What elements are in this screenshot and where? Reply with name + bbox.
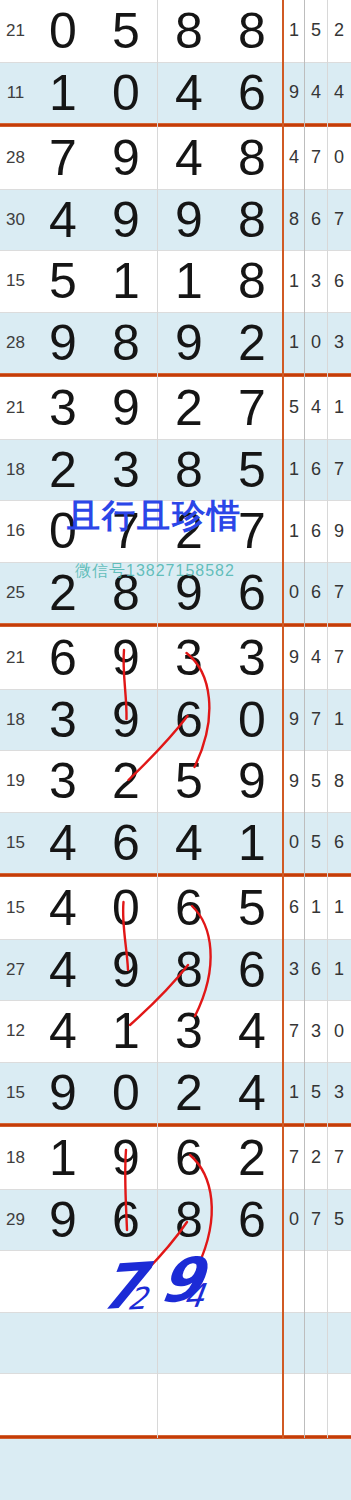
- tail-digit: 6: [305, 959, 327, 980]
- draw-digit: 6: [220, 1191, 283, 1249]
- draw-row: 274986361: [0, 939, 351, 1001]
- tail-digit: 7: [283, 1021, 305, 1042]
- draw-row: 124134730: [0, 1000, 351, 1062]
- tail-digit: 7: [327, 459, 351, 480]
- tail-digit: 1: [283, 1082, 305, 1103]
- row-sum-label: 15: [0, 833, 31, 853]
- draw-digit: 4: [31, 814, 94, 872]
- draw-digit: 4: [157, 64, 220, 122]
- draw-digit: 0: [94, 64, 157, 122]
- footer-band: [0, 1439, 351, 1500]
- draw-row: 287948470: [0, 127, 351, 189]
- row-sum-label: 15: [0, 271, 31, 291]
- draw-digit: 4: [220, 1002, 283, 1060]
- tail-digit: 5: [305, 832, 327, 853]
- draw-digit: 6: [157, 691, 220, 749]
- draw-digit: 4: [31, 879, 94, 937]
- draw-digit: 1: [220, 814, 283, 872]
- draw-row: 213927541: [0, 377, 351, 439]
- draw-digit: 0: [94, 879, 157, 937]
- tail-digit: 7: [283, 1147, 305, 1168]
- draw-digit: 6: [220, 64, 283, 122]
- tail-digit: 2: [327, 20, 351, 41]
- tail-digit: 1: [283, 521, 305, 542]
- draw-digit: 4: [220, 1064, 283, 1122]
- tail-digit: 1: [283, 271, 305, 292]
- draw-digit: 1: [94, 1002, 157, 1060]
- draw-digit: 4: [31, 941, 94, 999]
- row-sum-label: 25: [0, 583, 31, 603]
- tail-digit: 8: [283, 209, 305, 230]
- tail-digit: 7: [305, 147, 327, 168]
- draw-digit: 0: [94, 1064, 157, 1122]
- draw-digit: 3: [157, 1002, 220, 1060]
- draw-row: 289892103: [0, 312, 351, 374]
- row-sum-label: 15: [0, 1083, 31, 1103]
- tail-digit: 0: [305, 332, 327, 353]
- tail-digit: 3: [327, 1082, 351, 1103]
- draw-digit: 9: [94, 1129, 157, 1187]
- row-sum-label: 28: [0, 333, 31, 353]
- tail-digit: 0: [327, 147, 351, 168]
- draw-digit: 0: [220, 691, 283, 749]
- draw-digit: 9: [94, 629, 157, 687]
- number-grid: 2105881521110469442879484703049988671551…: [0, 0, 351, 1439]
- draw-row: 216933947: [0, 627, 351, 689]
- tail-digit: 3: [305, 1021, 327, 1042]
- row-sum-label: 18: [0, 710, 31, 730]
- column-divider-tail-2: [327, 0, 328, 1438]
- draw-digit: 9: [94, 191, 157, 249]
- tail-digit: 9: [283, 771, 305, 792]
- draw-digit: 6: [94, 1191, 157, 1249]
- empty-row: [0, 1373, 351, 1435]
- draw-digit: 5: [157, 752, 220, 810]
- draw-digit: 8: [220, 252, 283, 310]
- row-sum-label: 28: [0, 148, 31, 168]
- tail-digit: 0: [283, 1209, 305, 1230]
- draw-row: 183960971: [0, 689, 351, 751]
- draw-digit: 2: [220, 1129, 283, 1187]
- draw-digit: 3: [31, 379, 94, 437]
- tail-digit: 0: [327, 1021, 351, 1042]
- tail-digit: 7: [327, 209, 351, 230]
- tail-digit: 5: [305, 771, 327, 792]
- draw-digit: 9: [31, 1191, 94, 1249]
- draw-digit: 9: [94, 129, 157, 187]
- tail-digit: 1: [327, 959, 351, 980]
- tail-digit: 5: [283, 397, 305, 418]
- row-sum-label: 21: [0, 21, 31, 41]
- draw-digit: 2: [157, 1064, 220, 1122]
- tail-digit: 0: [283, 582, 305, 603]
- row-sum-label: 16: [0, 521, 31, 541]
- draw-row: 159024153: [0, 1062, 351, 1124]
- draw-digit: 9: [31, 1064, 94, 1122]
- draw-digit: 5: [31, 252, 94, 310]
- draw-digit: 6: [94, 814, 157, 872]
- draw-digit: 4: [31, 191, 94, 249]
- draw-digit: 7: [31, 129, 94, 187]
- tail-digit: 7: [327, 647, 351, 668]
- draw-digit: 3: [31, 752, 94, 810]
- draw-row: 210588152: [0, 0, 351, 62]
- draw-digit: 2: [31, 441, 94, 499]
- draw-digit: 6: [31, 629, 94, 687]
- tail-digit: 4: [305, 397, 327, 418]
- tail-digit: 4: [283, 147, 305, 168]
- row-sum-label: 27: [0, 960, 31, 980]
- row-sum-label: 12: [0, 1021, 31, 1041]
- draw-digit: 4: [31, 1002, 94, 1060]
- row-sum-label: 18: [0, 460, 31, 480]
- row-sum-label: 18: [0, 1148, 31, 1168]
- draw-digit: 6: [157, 879, 220, 937]
- tail-digit: 6: [327, 271, 351, 292]
- tail-digit: 2: [305, 1147, 327, 1168]
- tail-digit: 4: [327, 82, 351, 103]
- row-sum-label: 19: [0, 771, 31, 791]
- tail-digit: 5: [305, 1082, 327, 1103]
- draw-digit: 4: [157, 129, 220, 187]
- tail-digit: 1: [283, 20, 305, 41]
- tail-digit: 5: [305, 20, 327, 41]
- row-sum-label: 29: [0, 1210, 31, 1230]
- draw-digit: 5: [94, 2, 157, 60]
- tail-digit: 1: [305, 897, 327, 918]
- draw-row: 299686075: [0, 1189, 351, 1251]
- draw-row: 182385167: [0, 439, 351, 501]
- draw-digit: 2: [94, 752, 157, 810]
- tail-digit: 7: [327, 1147, 351, 1168]
- tail-digit: 6: [283, 897, 305, 918]
- tail-digit: 1: [327, 397, 351, 418]
- draw-digit: 9: [157, 191, 220, 249]
- draw-digit: 5: [220, 879, 283, 937]
- draw-row: 154065611: [0, 877, 351, 939]
- tail-digit: 6: [305, 582, 327, 603]
- tail-digit: 7: [305, 1209, 327, 1230]
- draw-digit: 9: [94, 379, 157, 437]
- tail-digit: 3: [305, 271, 327, 292]
- draw-digit: 7: [220, 379, 283, 437]
- draw-digit: 8: [157, 1191, 220, 1249]
- tail-digit: 6: [305, 521, 327, 542]
- tail-digit: 5: [327, 1209, 351, 1230]
- draw-digit: 6: [157, 1129, 220, 1187]
- draw-digit: 0: [31, 2, 94, 60]
- lottery-trend-chart: 2105881521110469442879484703049988671551…: [0, 0, 351, 1500]
- empty-row: [0, 1312, 351, 1374]
- draw-digit: 9: [157, 314, 220, 372]
- draw-digit: 9: [94, 691, 157, 749]
- draw-digit: 9: [94, 941, 157, 999]
- tail-digit: 6: [305, 459, 327, 480]
- draw-digit: 2: [220, 314, 283, 372]
- draw-digit: 8: [157, 941, 220, 999]
- draw-digit: 4: [157, 814, 220, 872]
- tail-digit: 4: [305, 82, 327, 103]
- column-divider-tail-1: [304, 0, 305, 1438]
- draw-row: 181962727: [0, 1127, 351, 1189]
- draw-digit: 8: [220, 191, 283, 249]
- draw-row: 154641056: [0, 812, 351, 874]
- headline-text: 且行且珍惜: [67, 494, 242, 539]
- draw-row: 111046944: [0, 62, 351, 124]
- draw-digit: 1: [157, 252, 220, 310]
- draw-digit: 9: [31, 314, 94, 372]
- tail-digit: 9: [327, 521, 351, 542]
- draw-row: 304998867: [0, 189, 351, 251]
- tail-digit: 1: [327, 709, 351, 730]
- tail-digit: 7: [305, 709, 327, 730]
- tail-digit: 9: [283, 82, 305, 103]
- tail-digit: 9: [283, 709, 305, 730]
- tail-digit: 1: [283, 459, 305, 480]
- tail-digit: 6: [305, 209, 327, 230]
- draw-digit: 8: [157, 2, 220, 60]
- tail-digit: 3: [283, 959, 305, 980]
- tail-digit: 6: [327, 832, 351, 853]
- draw-digit: 1: [31, 1129, 94, 1187]
- draw-digit: 8: [94, 314, 157, 372]
- tail-digit: 4: [305, 647, 327, 668]
- draw-digit: 3: [31, 691, 94, 749]
- tail-digit: 1: [283, 332, 305, 353]
- tail-digit: 8: [327, 771, 351, 792]
- column-divider-middle: [157, 0, 158, 1438]
- tail-digit: 0: [283, 832, 305, 853]
- draw-digit: 3: [157, 629, 220, 687]
- draw-digit: 2: [157, 379, 220, 437]
- draw-digit: 8: [220, 129, 283, 187]
- row-sum-label: 21: [0, 648, 31, 668]
- draw-digit: 5: [220, 441, 283, 499]
- draw-digit: 3: [220, 629, 283, 687]
- draw-digit: 3: [94, 441, 157, 499]
- draw-digit: 8: [220, 2, 283, 60]
- row-sum-label: 11: [0, 83, 31, 103]
- row-sum-label: 30: [0, 210, 31, 230]
- draw-row: 193259958: [0, 750, 351, 812]
- draw-digit: 1: [31, 64, 94, 122]
- draw-digit: 1: [94, 252, 157, 310]
- draw-digit: 8: [157, 441, 220, 499]
- draw-digit: 9: [220, 752, 283, 810]
- tail-digit: 9: [283, 647, 305, 668]
- watermark-text: 微信号13827158582: [75, 561, 235, 582]
- tail-digit: 7: [327, 582, 351, 603]
- draw-digit: 6: [220, 941, 283, 999]
- row-sum-label: 15: [0, 898, 31, 918]
- column-divider-orange: [282, 0, 284, 1438]
- draw-row: 155118136: [0, 250, 351, 312]
- row-sum-label: 21: [0, 398, 31, 418]
- tail-digit: 3: [327, 332, 351, 353]
- tail-digit: 1: [327, 897, 351, 918]
